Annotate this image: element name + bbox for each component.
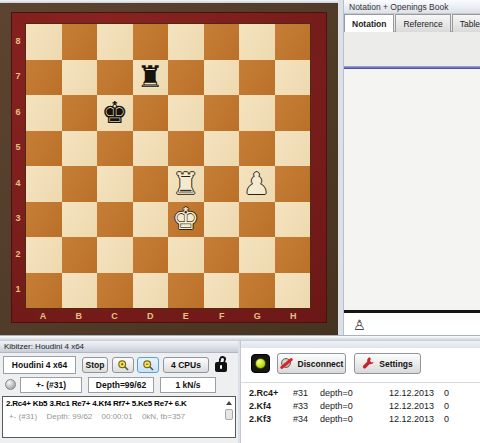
magnifier-minus-icon bbox=[142, 359, 155, 372]
square-c7[interactable] bbox=[97, 60, 133, 96]
square-e5[interactable] bbox=[168, 131, 204, 167]
square-f8[interactable] bbox=[204, 24, 240, 60]
square-g1[interactable] bbox=[239, 273, 275, 309]
square-a1[interactable] bbox=[26, 273, 62, 309]
tab-reference[interactable]: Reference bbox=[395, 14, 450, 32]
black-rook[interactable]: ♜ bbox=[137, 60, 164, 94]
settings-label: Settings bbox=[379, 359, 413, 369]
chess-program-window: 87654321 ABCDEFGH ♜♚♜♟♚ Notation + Openi… bbox=[0, 0, 480, 443]
square-g7[interactable] bbox=[239, 60, 275, 96]
square-g5[interactable] bbox=[239, 131, 275, 167]
analysis-stats-line: +- (#31) Depth: 99/62 00:00:01 0kN, tb=3… bbox=[9, 412, 227, 423]
square-g6[interactable] bbox=[239, 95, 275, 131]
scroll-thumb[interactable] bbox=[225, 409, 233, 420]
cell-mate: #34 bbox=[293, 414, 308, 424]
square-a2[interactable] bbox=[26, 237, 62, 273]
scroll-up-icon[interactable] bbox=[226, 401, 232, 405]
kibitzer-toolbar-row2: +- (#31) Depth=99/62 1 kN/s bbox=[0, 376, 238, 393]
rank-label-8: 8 bbox=[11, 23, 25, 59]
disconnect-icon bbox=[280, 357, 293, 370]
engine-moves-table: 2.Rc4+#31depth=012.12.201302.Kf4#33depth… bbox=[241, 388, 480, 427]
cell-move: 2.Rc4+ bbox=[249, 388, 278, 398]
square-g8[interactable] bbox=[239, 24, 275, 60]
zoom-in-button[interactable] bbox=[112, 357, 134, 373]
square-d3[interactable] bbox=[133, 202, 169, 238]
square-c3[interactable] bbox=[97, 202, 133, 238]
square-f6[interactable] bbox=[204, 95, 240, 131]
cell-extra: 0 bbox=[444, 388, 449, 398]
engine-status-led bbox=[5, 379, 16, 390]
square-e4[interactable]: ♜ bbox=[168, 166, 204, 202]
square-g2[interactable] bbox=[239, 237, 275, 273]
green-led-icon bbox=[255, 358, 266, 369]
stop-button[interactable]: Stop bbox=[82, 357, 108, 373]
openings-book-footer: ♙ bbox=[344, 313, 480, 336]
zoom-out-button[interactable] bbox=[137, 357, 159, 373]
rank-label-7: 7 bbox=[11, 59, 25, 95]
square-e2[interactable] bbox=[168, 237, 204, 273]
square-d1[interactable] bbox=[133, 273, 169, 309]
engine-panel-top-strip bbox=[241, 341, 480, 348]
white-king[interactable]: ♚ bbox=[172, 202, 199, 236]
file-label-e: E bbox=[168, 309, 204, 323]
rank-label-2: 2 bbox=[11, 236, 25, 272]
cell-date: 12.12.2013 bbox=[389, 414, 434, 424]
cell-mate: #31 bbox=[293, 388, 308, 398]
engine-move-row-3[interactable]: 2.Kf3#34depth=012.12.20130 bbox=[241, 414, 480, 427]
evaluation-box[interactable]: +- (#31) bbox=[20, 377, 82, 393]
square-e6[interactable] bbox=[168, 95, 204, 131]
window-top-strip bbox=[0, 0, 338, 3]
square-b7[interactable] bbox=[62, 60, 98, 96]
stats-nodes: 0kN, tb=357 bbox=[142, 412, 185, 421]
notation-panel-title: Notation + Openings Book bbox=[344, 0, 480, 14]
square-a8[interactable] bbox=[26, 24, 62, 60]
square-a5[interactable] bbox=[26, 131, 62, 167]
square-f7[interactable] bbox=[204, 60, 240, 96]
wrench-icon bbox=[362, 356, 374, 371]
cell-depth: depth=0 bbox=[320, 388, 353, 398]
rank-label-1: 1 bbox=[11, 272, 25, 308]
square-f1[interactable] bbox=[204, 273, 240, 309]
square-f4[interactable] bbox=[204, 166, 240, 202]
square-c4[interactable] bbox=[97, 166, 133, 202]
file-label-c: C bbox=[97, 309, 133, 323]
magnifier-plus-icon bbox=[117, 359, 130, 372]
square-c2[interactable] bbox=[97, 237, 133, 273]
notation-toolbar-area bbox=[344, 32, 480, 66]
square-f2[interactable] bbox=[204, 237, 240, 273]
square-b5[interactable] bbox=[62, 131, 98, 167]
square-e1[interactable] bbox=[168, 273, 204, 309]
square-h8[interactable] bbox=[275, 24, 311, 60]
file-labels: ABCDEFGH bbox=[25, 309, 311, 323]
engine-move-row-2[interactable]: 2.Kf4#33depth=012.12.20130 bbox=[241, 401, 480, 414]
square-f5[interactable] bbox=[204, 131, 240, 167]
cell-depth: depth=0 bbox=[320, 414, 353, 424]
rank-label-6: 6 bbox=[11, 94, 25, 130]
cell-extra: 0 bbox=[444, 414, 449, 424]
disconnect-label: Disconnect bbox=[298, 359, 344, 369]
square-b3[interactable] bbox=[62, 202, 98, 238]
square-e8[interactable] bbox=[168, 24, 204, 60]
square-a3[interactable] bbox=[26, 202, 62, 238]
depth-box[interactable]: Depth=99/62 bbox=[88, 377, 154, 393]
square-c8[interactable] bbox=[97, 24, 133, 60]
cell-date: 12.12.2013 bbox=[389, 388, 434, 398]
square-b2[interactable] bbox=[62, 237, 98, 273]
analysis-box[interactable]: 2.Rc4+ Kb5 3.Rc1 Re7+ 4.Kf4 Rf7+ 5.Ke5 R… bbox=[2, 396, 236, 438]
stats-depth: Depth: 99/62 bbox=[46, 412, 92, 421]
square-d2[interactable] bbox=[133, 237, 169, 273]
board-grid: ♜♚♜♟♚ bbox=[25, 23, 311, 309]
engine-panel-buttons: Disconnect Settings bbox=[241, 353, 480, 375]
engine-move-row-1[interactable]: 2.Rc4+#31depth=012.12.20130 bbox=[241, 388, 480, 401]
rank-label-4: 4 bbox=[11, 165, 25, 201]
engine-panel-divider bbox=[241, 382, 480, 383]
file-label-d: D bbox=[132, 309, 168, 323]
rank-labels: 87654321 bbox=[11, 23, 25, 307]
square-b6[interactable] bbox=[62, 95, 98, 131]
analysis-scrollbar[interactable] bbox=[224, 398, 234, 436]
square-h7[interactable] bbox=[275, 60, 311, 96]
connection-led-button[interactable] bbox=[251, 354, 270, 373]
white-rook[interactable]: ♜ bbox=[172, 167, 199, 201]
square-f3[interactable] bbox=[204, 202, 240, 238]
cell-move: 2.Kf4 bbox=[249, 401, 271, 411]
cell-move: 2.Kf3 bbox=[249, 414, 271, 424]
square-c5[interactable] bbox=[97, 131, 133, 167]
square-g3[interactable] bbox=[239, 202, 275, 238]
square-d4[interactable] bbox=[133, 166, 169, 202]
square-c6[interactable]: ♚ bbox=[97, 95, 133, 131]
square-b4[interactable] bbox=[62, 166, 98, 202]
square-e3[interactable]: ♚ bbox=[168, 202, 204, 238]
square-b8[interactable] bbox=[62, 24, 98, 60]
square-h5[interactable] bbox=[275, 131, 311, 167]
black-king[interactable]: ♚ bbox=[101, 96, 128, 130]
board-panel: 87654321 ABCDEFGH ♜♚♜♟♚ bbox=[0, 0, 338, 336]
white-pawn[interactable]: ♟ bbox=[243, 167, 270, 201]
rank-label-5: 5 bbox=[11, 130, 25, 166]
square-h2[interactable] bbox=[275, 237, 311, 273]
white-pawn-icon: ♙ bbox=[353, 317, 366, 333]
square-b1[interactable] bbox=[62, 273, 98, 309]
settings-button[interactable]: Settings bbox=[354, 353, 421, 374]
square-d7[interactable]: ♜ bbox=[133, 60, 169, 96]
square-a6[interactable] bbox=[26, 95, 62, 131]
engine-connection-panel: Disconnect Settings 2.Rc4+#31depth=012.1… bbox=[240, 341, 480, 443]
speed-box[interactable]: 1 kN/s bbox=[160, 377, 216, 393]
square-d6[interactable] bbox=[133, 95, 169, 131]
kibitzer-title: Kibitzer: Houdini 4 x64 bbox=[0, 341, 238, 353]
cell-extra: 0 bbox=[444, 401, 449, 411]
cpus-button[interactable]: 4 CPUs bbox=[163, 357, 209, 373]
square-g4[interactable]: ♟ bbox=[239, 166, 275, 202]
cell-mate: #33 bbox=[293, 401, 308, 411]
cell-depth: depth=0 bbox=[320, 401, 353, 411]
cell-date: 12.12.2013 bbox=[389, 401, 434, 411]
square-c1[interactable] bbox=[97, 273, 133, 309]
notation-tabs: NotationReferenceTableTrain bbox=[344, 14, 480, 32]
stats-time: 00:00:01 bbox=[102, 412, 133, 421]
square-h6[interactable] bbox=[275, 95, 311, 131]
square-a4[interactable] bbox=[26, 166, 62, 202]
file-label-f: F bbox=[204, 309, 240, 323]
notation-content[interactable] bbox=[344, 69, 480, 310]
square-d5[interactable] bbox=[133, 131, 169, 167]
disconnect-button[interactable]: Disconnect bbox=[277, 353, 346, 374]
file-label-a: A bbox=[25, 309, 61, 323]
notation-panel: Notation + Openings Book NotationReferen… bbox=[343, 0, 480, 336]
square-h4[interactable] bbox=[275, 166, 311, 202]
tab-notation[interactable]: Notation bbox=[344, 14, 394, 32]
engine-name-box[interactable]: Houdini 4 x64 bbox=[3, 356, 76, 374]
square-d8[interactable] bbox=[133, 24, 169, 60]
square-h1[interactable] bbox=[275, 273, 311, 309]
file-label-g: G bbox=[240, 309, 276, 323]
square-e7[interactable] bbox=[168, 60, 204, 96]
file-label-h: H bbox=[275, 309, 311, 323]
square-a7[interactable] bbox=[26, 60, 62, 96]
analysis-main-line: 2.Rc4+ Kb5 3.Rc1 Re7+ 4.Kf4 Rf7+ 5.Ke5 R… bbox=[6, 399, 224, 410]
rank-label-3: 3 bbox=[11, 201, 25, 237]
kibitzer-toolbar-row1: Houdini 4 x64 Stop 4 CPUs bbox=[0, 356, 238, 374]
kibitzer-panel: Kibitzer: Houdini 4 x64 Houdini 4 x64 St… bbox=[0, 341, 238, 443]
stats-eval: +- (#31) bbox=[9, 412, 37, 421]
file-label-b: B bbox=[61, 309, 97, 323]
tab-table[interactable]: Table bbox=[452, 14, 480, 32]
square-h3[interactable] bbox=[275, 202, 311, 238]
lock-icon[interactable] bbox=[214, 356, 228, 373]
